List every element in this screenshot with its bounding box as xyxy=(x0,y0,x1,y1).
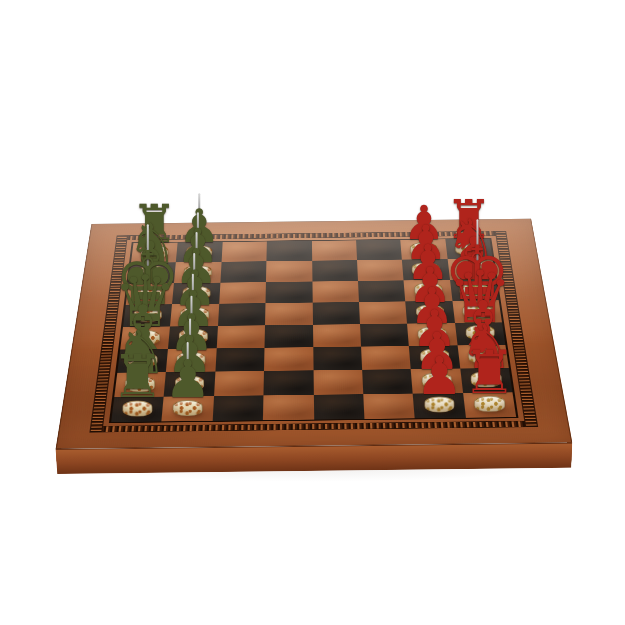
rook-glyph: ♜ xyxy=(463,344,517,401)
chess-set-photo: ♜♞♝♚♛♝♞♜♟♟♟♟♟♟♟♟♜♞♝♚♛♝♞♜♟♟♟♟♟♟♟♟ xyxy=(0,0,625,625)
piece-white-pawn-a2[interactable]: ♟ xyxy=(164,342,211,416)
rook-glyph: ♜ xyxy=(111,349,164,405)
pawn-glyph: ♟ xyxy=(164,355,211,404)
pawn-glyph: ♟ xyxy=(416,351,463,401)
piece-black-pawn-a7[interactable]: ♟ xyxy=(416,351,463,413)
piece-white-rook-a1[interactable]: ♜ xyxy=(111,349,164,416)
piece-black-rook-a8[interactable]: ♜ xyxy=(463,344,517,412)
pieces-layer: ♜♞♝♚♛♝♞♜♟♟♟♟♟♟♟♟♜♞♝♚♛♝♞♜♟♟♟♟♟♟♟♟ xyxy=(0,0,625,625)
